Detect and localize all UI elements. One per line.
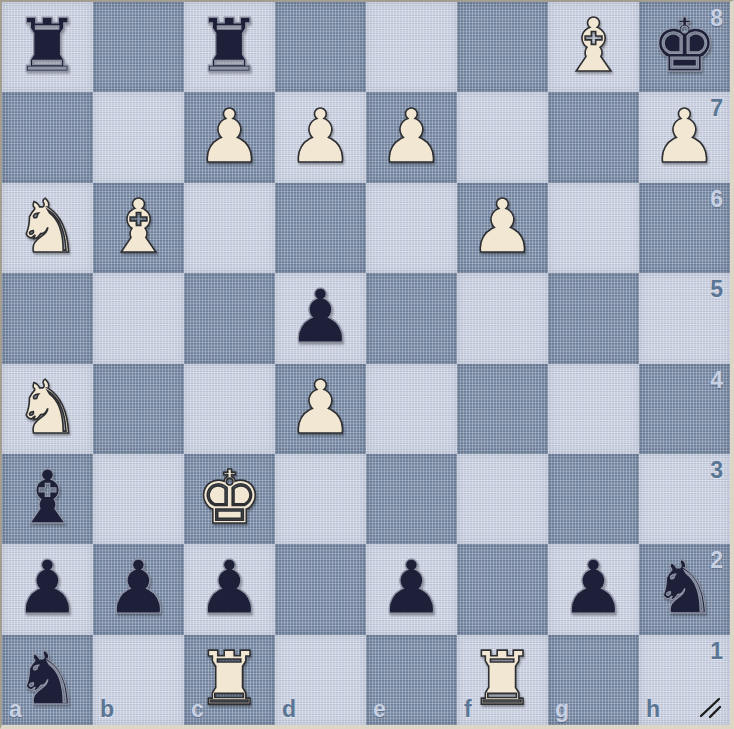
white-bishop-b6[interactable]: ♝ (105, 189, 171, 263)
square-d7[interactable]: ♟ (275, 92, 366, 182)
square-e8[interactable] (366, 2, 457, 92)
square-g1[interactable]: g (548, 635, 639, 725)
rank-label-5: 5 (710, 278, 723, 301)
square-a6[interactable]: ♞ (2, 183, 93, 273)
file-label-d: d (282, 698, 296, 721)
file-label-g: g (555, 698, 569, 721)
rank-label-3: 3 (710, 459, 723, 482)
file-label-b: b (100, 698, 114, 721)
square-d8[interactable] (275, 2, 366, 92)
square-g5[interactable] (548, 273, 639, 363)
white-pawn-d4[interactable]: ♟ (287, 370, 353, 444)
white-pawn-d7[interactable]: ♟ (287, 99, 353, 173)
rank-label-1: 1 (710, 640, 723, 663)
file-label-h: h (646, 698, 660, 721)
square-a7[interactable] (2, 92, 93, 182)
white-pawn-h7[interactable]: ♟ (651, 99, 717, 173)
chess-board: ♜♜♝♚8♟♟♟♟7♞♝♟6♟5♞♟4♝♚3♟♟♟♟♟♞2♞ab♜cde♜fg1… (2, 2, 730, 725)
square-g3[interactable] (548, 454, 639, 544)
square-b1[interactable]: b (93, 635, 184, 725)
square-c1[interactable]: ♜c (184, 635, 275, 725)
square-b2[interactable]: ♟ (93, 544, 184, 634)
square-a4[interactable]: ♞ (2, 364, 93, 454)
square-h7[interactable]: ♟7 (639, 92, 730, 182)
square-g7[interactable] (548, 92, 639, 182)
square-f6[interactable]: ♟ (457, 183, 548, 273)
white-knight-a6[interactable]: ♞ (14, 189, 80, 263)
square-c8[interactable]: ♜ (184, 2, 275, 92)
file-label-e: e (373, 698, 386, 721)
square-d6[interactable] (275, 183, 366, 273)
white-knight-a4[interactable]: ♞ (14, 370, 80, 444)
square-g2[interactable]: ♟ (548, 544, 639, 634)
square-f8[interactable] (457, 2, 548, 92)
rank-label-4: 4 (710, 369, 723, 392)
square-b5[interactable] (93, 273, 184, 363)
white-pawn-f6[interactable]: ♟ (469, 189, 535, 263)
black-pawn-a2[interactable]: ♟ (14, 550, 80, 624)
square-c4[interactable] (184, 364, 275, 454)
square-h8[interactable]: ♚8 (639, 2, 730, 92)
square-g6[interactable] (548, 183, 639, 273)
square-e5[interactable] (366, 273, 457, 363)
black-king-h8[interactable]: ♚ (651, 8, 717, 82)
square-b8[interactable] (93, 2, 184, 92)
square-f5[interactable] (457, 273, 548, 363)
white-rook-f1[interactable]: ♜ (469, 641, 535, 715)
square-c5[interactable] (184, 273, 275, 363)
chess-board-frame: ♜♜♝♚8♟♟♟♟7♞♝♟6♟5♞♟4♝♚3♟♟♟♟♟♞2♞ab♜cde♜fg1… (0, 0, 734, 729)
black-pawn-d5[interactable]: ♟ (287, 279, 353, 353)
square-a1[interactable]: ♞a (2, 635, 93, 725)
white-bishop-g8[interactable]: ♝ (560, 8, 626, 82)
square-h3[interactable]: 3 (639, 454, 730, 544)
black-knight-a1[interactable]: ♞ (14, 641, 80, 715)
rank-label-6: 6 (710, 188, 723, 211)
square-g8[interactable]: ♝ (548, 2, 639, 92)
square-e1[interactable]: e (366, 635, 457, 725)
square-a2[interactable]: ♟ (2, 544, 93, 634)
square-b7[interactable] (93, 92, 184, 182)
black-pawn-c2[interactable]: ♟ (196, 550, 262, 624)
square-e4[interactable] (366, 364, 457, 454)
square-e3[interactable] (366, 454, 457, 544)
black-pawn-b2[interactable]: ♟ (105, 550, 171, 624)
square-c2[interactable]: ♟ (184, 544, 275, 634)
black-bishop-a3[interactable]: ♝ (14, 460, 80, 534)
square-b4[interactable] (93, 364, 184, 454)
square-h5[interactable]: 5 (639, 273, 730, 363)
white-king-c3[interactable]: ♚ (196, 460, 262, 534)
square-c3[interactable]: ♚ (184, 454, 275, 544)
black-knight-h2[interactable]: ♞ (651, 550, 717, 624)
square-h6[interactable]: 6 (639, 183, 730, 273)
square-g4[interactable] (548, 364, 639, 454)
square-f7[interactable] (457, 92, 548, 182)
square-d5[interactable]: ♟ (275, 273, 366, 363)
resize-handle-icon[interactable] (698, 696, 724, 720)
white-pawn-e7[interactable]: ♟ (378, 99, 444, 173)
square-e7[interactable]: ♟ (366, 92, 457, 182)
white-rook-c1[interactable]: ♜ (196, 641, 262, 715)
square-d3[interactable] (275, 454, 366, 544)
square-b6[interactable]: ♝ (93, 183, 184, 273)
square-c6[interactable] (184, 183, 275, 273)
black-rook-a8[interactable]: ♜ (14, 8, 80, 82)
square-a3[interactable]: ♝ (2, 454, 93, 544)
square-a5[interactable] (2, 273, 93, 363)
square-d4[interactable]: ♟ (275, 364, 366, 454)
square-d2[interactable] (275, 544, 366, 634)
square-e2[interactable]: ♟ (366, 544, 457, 634)
white-pawn-c7[interactable]: ♟ (196, 99, 262, 173)
square-a8[interactable]: ♜ (2, 2, 93, 92)
square-e6[interactable] (366, 183, 457, 273)
square-f2[interactable] (457, 544, 548, 634)
black-pawn-e2[interactable]: ♟ (378, 550, 444, 624)
square-f3[interactable] (457, 454, 548, 544)
square-f1[interactable]: ♜f (457, 635, 548, 725)
square-d1[interactable]: d (275, 635, 366, 725)
black-pawn-g2[interactable]: ♟ (560, 550, 626, 624)
square-b3[interactable] (93, 454, 184, 544)
square-c7[interactable]: ♟ (184, 92, 275, 182)
square-h4[interactable]: 4 (639, 364, 730, 454)
square-h2[interactable]: ♞2 (639, 544, 730, 634)
black-rook-c8[interactable]: ♜ (196, 8, 262, 82)
square-f4[interactable] (457, 364, 548, 454)
